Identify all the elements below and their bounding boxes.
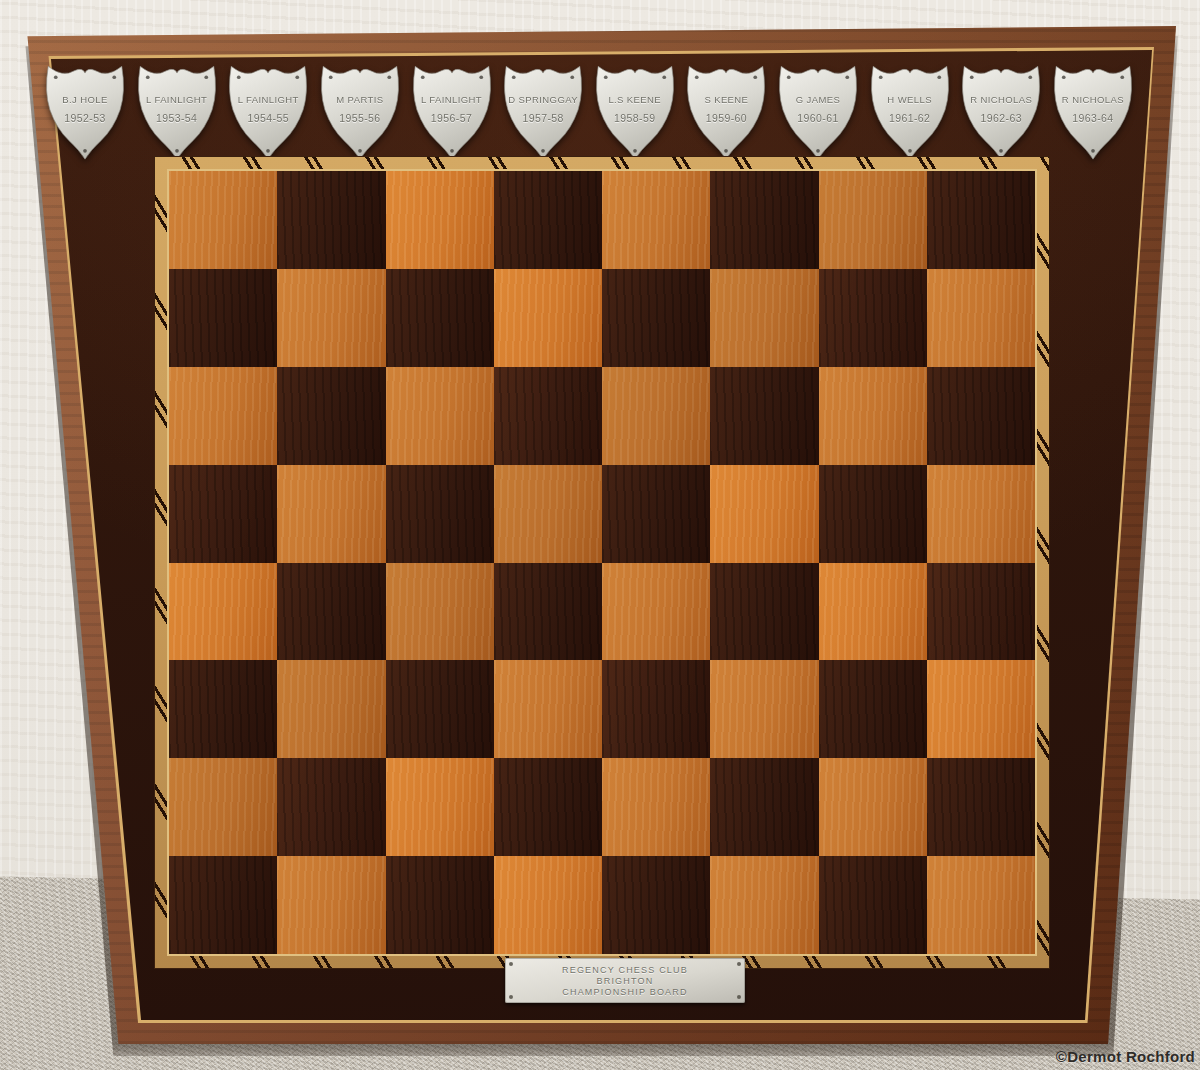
square-b4 [277, 563, 385, 661]
square-g4 [819, 563, 927, 661]
square-h2 [927, 758, 1035, 856]
square-d8 [494, 171, 602, 269]
shield-season-years: 1957-58 [504, 112, 583, 124]
screw-icon [509, 962, 513, 966]
square-b7 [277, 269, 385, 367]
shield-plate-icon [317, 58, 403, 160]
photographer-credit: ©Dermot Rochford [1056, 1048, 1195, 1065]
shield-season-years: 1962-63 [962, 112, 1041, 124]
square-a3 [169, 660, 277, 758]
shield-plate-icon [409, 58, 495, 160]
shield-winner-name: B.J HOLE [45, 94, 124, 105]
screw-icon [737, 962, 741, 966]
square-c1 [386, 856, 494, 954]
square-e1 [602, 856, 710, 954]
square-h6 [927, 367, 1035, 465]
shield-winner-name: H WELLS [870, 94, 949, 105]
shield-season-years: 1952-53 [45, 112, 124, 124]
square-h4 [927, 563, 1035, 661]
square-c5 [386, 465, 494, 563]
square-a7 [169, 269, 277, 367]
shield-season-years: 1953-54 [137, 112, 216, 124]
winner-shield-5: L FAINLIGHT 1956-57 [409, 58, 495, 160]
shield-winner-name: L FAINLIGHT [137, 94, 216, 105]
shield-winner-name: R NICHOLAS [962, 94, 1041, 105]
shield-winner-name: D SPRINGGAY [504, 94, 583, 105]
screw-icon [509, 995, 513, 999]
square-h1 [927, 856, 1035, 954]
square-f7 [710, 269, 818, 367]
square-f2 [710, 758, 818, 856]
square-g3 [819, 660, 927, 758]
shield-winner-name: G JAMES [778, 94, 857, 105]
winner-shield-11: R NICHOLAS 1962-63 [958, 58, 1044, 160]
square-e7 [602, 269, 710, 367]
square-g7 [819, 269, 927, 367]
winner-shield-12: R NICHOLAS 1963-64 [1050, 58, 1136, 160]
shield-plate-icon [500, 58, 586, 160]
square-d1 [494, 856, 602, 954]
shield-winner-name: L FAINLIGHT [412, 94, 491, 105]
winner-shield-9: G JAMES 1960-61 [775, 58, 861, 160]
square-f3 [710, 660, 818, 758]
square-f1 [710, 856, 818, 954]
square-a6 [169, 367, 277, 465]
square-g8 [819, 171, 927, 269]
square-b2 [277, 758, 385, 856]
square-a4 [169, 563, 277, 661]
plaque-town: BRIGHTON [505, 976, 745, 986]
shield-season-years: 1961-62 [870, 112, 949, 124]
winner-shields-row: B.J HOLE 1952-53 L FAINLIGHT 1953-54 L F… [42, 58, 1136, 160]
shield-winner-name: M PARTIS [320, 94, 399, 105]
square-a1 [169, 856, 277, 954]
square-a5 [169, 465, 277, 563]
square-g1 [819, 856, 927, 954]
winner-shield-10: H WELLS 1961-62 [867, 58, 953, 160]
board-squares [167, 169, 1037, 956]
square-e3 [602, 660, 710, 758]
square-g5 [819, 465, 927, 563]
square-c7 [386, 269, 494, 367]
chess-board: B.J HOLE 1952-53 L FAINLIGHT 1953-54 L F… [24, 26, 1176, 1044]
square-f5 [710, 465, 818, 563]
square-h7 [927, 269, 1035, 367]
winner-shield-4: M PARTIS 1955-56 [317, 58, 403, 160]
square-f4 [710, 563, 818, 661]
shield-season-years: 1955-56 [320, 112, 399, 124]
square-h5 [927, 465, 1035, 563]
winner-shield-7: L.S KEENE 1958-59 [592, 58, 678, 160]
square-c2 [386, 758, 494, 856]
winner-shield-2: L FAINLIGHT 1953-54 [134, 58, 220, 160]
winner-shield-8: S KEENE 1959-60 [683, 58, 769, 160]
square-g2 [819, 758, 927, 856]
shield-plate-icon [1050, 58, 1136, 160]
square-e5 [602, 465, 710, 563]
square-a2 [169, 758, 277, 856]
shield-plate-icon [867, 58, 953, 160]
shield-plate-icon [683, 58, 769, 160]
square-e6 [602, 367, 710, 465]
shield-season-years: 1956-57 [412, 112, 491, 124]
club-plaque: REGENCY CHESS CLUB BRIGHTON CHAMPIONSHIP… [505, 958, 745, 1003]
square-b6 [277, 367, 385, 465]
square-h8 [927, 171, 1035, 269]
shield-plate-icon [134, 58, 220, 160]
square-d3 [494, 660, 602, 758]
square-a8 [169, 171, 277, 269]
shield-plate-icon [958, 58, 1044, 160]
square-e4 [602, 563, 710, 661]
winner-shield-3: L FAINLIGHT 1954-55 [225, 58, 311, 160]
shield-plate-icon [775, 58, 861, 160]
plaque-board-title: CHAMPIONSHIP BOARD [505, 987, 745, 997]
square-d6 [494, 367, 602, 465]
shield-season-years: 1963-64 [1053, 112, 1132, 124]
winner-shield-1: B.J HOLE 1952-53 [42, 58, 128, 160]
shield-season-years: 1958-59 [595, 112, 674, 124]
square-b3 [277, 660, 385, 758]
shield-plate-icon [42, 58, 128, 160]
shield-season-years: 1959-60 [687, 112, 766, 124]
square-c8 [386, 171, 494, 269]
square-h3 [927, 660, 1035, 758]
shield-season-years: 1960-61 [778, 112, 857, 124]
shield-winner-name: S KEENE [687, 94, 766, 105]
square-d7 [494, 269, 602, 367]
shield-winner-name: L.S KEENE [595, 94, 674, 105]
square-c3 [386, 660, 494, 758]
square-b8 [277, 171, 385, 269]
shield-winner-name: R NICHOLAS [1053, 94, 1132, 105]
square-d2 [494, 758, 602, 856]
square-c6 [386, 367, 494, 465]
plaque-club-name: REGENCY CHESS CLUB [505, 965, 745, 975]
square-e8 [602, 171, 710, 269]
square-f8 [710, 171, 818, 269]
square-b1 [277, 856, 385, 954]
shield-plate-icon [592, 58, 678, 160]
shield-plate-icon [225, 58, 311, 160]
square-c4 [386, 563, 494, 661]
square-b5 [277, 465, 385, 563]
square-d5 [494, 465, 602, 563]
square-f6 [710, 367, 818, 465]
square-d4 [494, 563, 602, 661]
shield-season-years: 1954-55 [229, 112, 308, 124]
square-g6 [819, 367, 927, 465]
screw-icon [737, 995, 741, 999]
winner-shield-6: D SPRINGGAY 1957-58 [500, 58, 586, 160]
square-e2 [602, 758, 710, 856]
shield-winner-name: L FAINLIGHT [229, 94, 308, 105]
